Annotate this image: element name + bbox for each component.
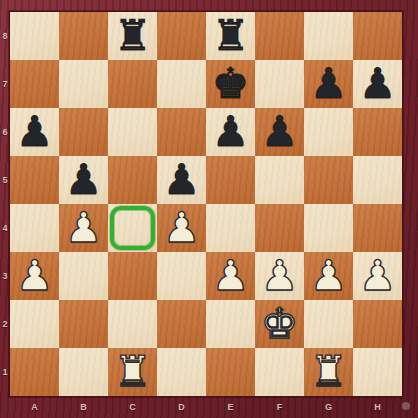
piece-white-king[interactable]: ♚ bbox=[261, 303, 299, 345]
square-e4[interactable] bbox=[206, 204, 255, 252]
square-a6[interactable]: ♟ bbox=[10, 108, 59, 156]
square-f6[interactable]: ♟ bbox=[255, 108, 304, 156]
chess-board[interactable]: ♜♜♚♟♟♟♟♟♟♟♟♟♟♟♟♟♟♚♜♜ bbox=[10, 12, 402, 396]
square-c8[interactable]: ♜ bbox=[108, 12, 157, 60]
square-d1[interactable] bbox=[157, 348, 206, 396]
rank-label-3: 3 bbox=[0, 252, 10, 300]
file-label-f: F bbox=[255, 396, 304, 418]
piece-white-pawn[interactable]: ♟ bbox=[310, 255, 348, 297]
rank-label-7: 7 bbox=[0, 60, 10, 108]
square-b6[interactable] bbox=[59, 108, 108, 156]
file-label-b: B bbox=[59, 396, 108, 418]
rank-label-1: 1 bbox=[0, 348, 10, 396]
square-c2[interactable] bbox=[108, 300, 157, 348]
square-b7[interactable] bbox=[59, 60, 108, 108]
square-b1[interactable] bbox=[59, 348, 108, 396]
piece-black-pawn[interactable]: ♟ bbox=[359, 63, 397, 105]
square-h6[interactable] bbox=[353, 108, 402, 156]
square-g4[interactable] bbox=[304, 204, 353, 252]
square-h1[interactable] bbox=[353, 348, 402, 396]
file-label-e: E bbox=[206, 396, 255, 418]
file-label-h: H bbox=[353, 396, 402, 418]
square-h8[interactable] bbox=[353, 12, 402, 60]
file-label-a: A bbox=[10, 396, 59, 418]
square-g5[interactable] bbox=[304, 156, 353, 204]
piece-white-pawn[interactable]: ♟ bbox=[212, 255, 250, 297]
piece-white-pawn[interactable]: ♟ bbox=[261, 255, 299, 297]
rank-label-8: 8 bbox=[0, 12, 10, 60]
square-b2[interactable] bbox=[59, 300, 108, 348]
square-a3[interactable]: ♟ bbox=[10, 252, 59, 300]
square-d4[interactable]: ♟ bbox=[157, 204, 206, 252]
piece-black-pawn[interactable]: ♟ bbox=[310, 63, 348, 105]
square-g2[interactable] bbox=[304, 300, 353, 348]
square-f5[interactable] bbox=[255, 156, 304, 204]
square-f7[interactable] bbox=[255, 60, 304, 108]
square-f2[interactable]: ♚ bbox=[255, 300, 304, 348]
square-d8[interactable] bbox=[157, 12, 206, 60]
square-c5[interactable] bbox=[108, 156, 157, 204]
square-e7[interactable]: ♚ bbox=[206, 60, 255, 108]
square-f8[interactable] bbox=[255, 12, 304, 60]
file-label-g: G bbox=[304, 396, 353, 418]
square-a7[interactable] bbox=[10, 60, 59, 108]
highlight-ring bbox=[110, 206, 155, 250]
square-d3[interactable] bbox=[157, 252, 206, 300]
square-g7[interactable]: ♟ bbox=[304, 60, 353, 108]
square-d6[interactable] bbox=[157, 108, 206, 156]
piece-white-rook[interactable]: ♜ bbox=[114, 351, 152, 393]
square-c1[interactable]: ♜ bbox=[108, 348, 157, 396]
rank-label-5: 5 bbox=[0, 156, 10, 204]
file-label-d: D bbox=[157, 396, 206, 418]
square-b8[interactable] bbox=[59, 12, 108, 60]
square-c7[interactable] bbox=[108, 60, 157, 108]
piece-white-pawn[interactable]: ♟ bbox=[16, 255, 54, 297]
chess-board-frame: 87654321 ♜♜♚♟♟♟♟♟♟♟♟♟♟♟♟♟♟♚♜♜ ABCDEFGH bbox=[0, 0, 418, 418]
square-f3[interactable]: ♟ bbox=[255, 252, 304, 300]
square-a4[interactable] bbox=[10, 204, 59, 252]
rank-labels: 87654321 bbox=[0, 12, 10, 396]
piece-white-rook[interactable]: ♜ bbox=[310, 351, 348, 393]
rank-label-2: 2 bbox=[0, 300, 10, 348]
square-c4[interactable] bbox=[108, 204, 157, 252]
square-d2[interactable] bbox=[157, 300, 206, 348]
square-d7[interactable] bbox=[157, 60, 206, 108]
square-e6[interactable]: ♟ bbox=[206, 108, 255, 156]
square-g8[interactable] bbox=[304, 12, 353, 60]
piece-black-pawn[interactable]: ♟ bbox=[163, 159, 201, 201]
square-f1[interactable] bbox=[255, 348, 304, 396]
file-label-c: C bbox=[108, 396, 157, 418]
square-h7[interactable]: ♟ bbox=[353, 60, 402, 108]
square-g6[interactable] bbox=[304, 108, 353, 156]
square-c6[interactable] bbox=[108, 108, 157, 156]
square-d5[interactable]: ♟ bbox=[157, 156, 206, 204]
piece-black-pawn[interactable]: ♟ bbox=[65, 159, 103, 201]
square-e1[interactable] bbox=[206, 348, 255, 396]
square-g1[interactable]: ♜ bbox=[304, 348, 353, 396]
square-a5[interactable] bbox=[10, 156, 59, 204]
piece-black-pawn[interactable]: ♟ bbox=[16, 111, 54, 153]
square-e5[interactable] bbox=[206, 156, 255, 204]
square-h2[interactable] bbox=[353, 300, 402, 348]
resize-grip-dot bbox=[402, 402, 410, 410]
square-b4[interactable]: ♟ bbox=[59, 204, 108, 252]
square-a2[interactable] bbox=[10, 300, 59, 348]
piece-black-pawn[interactable]: ♟ bbox=[261, 111, 299, 153]
rank-label-4: 4 bbox=[0, 204, 10, 252]
square-e8[interactable]: ♜ bbox=[206, 12, 255, 60]
square-h3[interactable]: ♟ bbox=[353, 252, 402, 300]
rank-label-6: 6 bbox=[0, 108, 10, 156]
square-g3[interactable]: ♟ bbox=[304, 252, 353, 300]
square-c3[interactable] bbox=[108, 252, 157, 300]
square-e3[interactable]: ♟ bbox=[206, 252, 255, 300]
file-labels: ABCDEFGH bbox=[10, 396, 402, 418]
piece-white-pawn[interactable]: ♟ bbox=[163, 207, 201, 249]
piece-black-rook[interactable]: ♜ bbox=[212, 15, 250, 57]
piece-white-pawn[interactable]: ♟ bbox=[359, 255, 397, 297]
piece-white-pawn[interactable]: ♟ bbox=[65, 207, 103, 249]
piece-black-rook[interactable]: ♜ bbox=[114, 15, 152, 57]
square-a1[interactable] bbox=[10, 348, 59, 396]
square-e2[interactable] bbox=[206, 300, 255, 348]
square-h5[interactable] bbox=[353, 156, 402, 204]
piece-black-king[interactable]: ♚ bbox=[212, 63, 250, 105]
square-b5[interactable]: ♟ bbox=[59, 156, 108, 204]
piece-black-pawn[interactable]: ♟ bbox=[212, 111, 250, 153]
square-a8[interactable] bbox=[10, 12, 59, 60]
square-h4[interactable] bbox=[353, 204, 402, 252]
square-b3[interactable] bbox=[59, 252, 108, 300]
square-f4[interactable] bbox=[255, 204, 304, 252]
